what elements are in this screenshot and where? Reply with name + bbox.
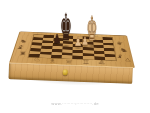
product-photo: ♞♝♜♛♞♝♙♘♗♕♖♙ ♟♚♟♟♚ www.·········-·······…	[0, 0, 150, 113]
black-king: ♚	[60, 9, 72, 46]
pieces-layer: ♟♚♟♟♚	[0, 0, 150, 113]
white-king: ♚	[87, 13, 98, 46]
watermark-text: www.·········-···········.de	[29, 101, 122, 105]
